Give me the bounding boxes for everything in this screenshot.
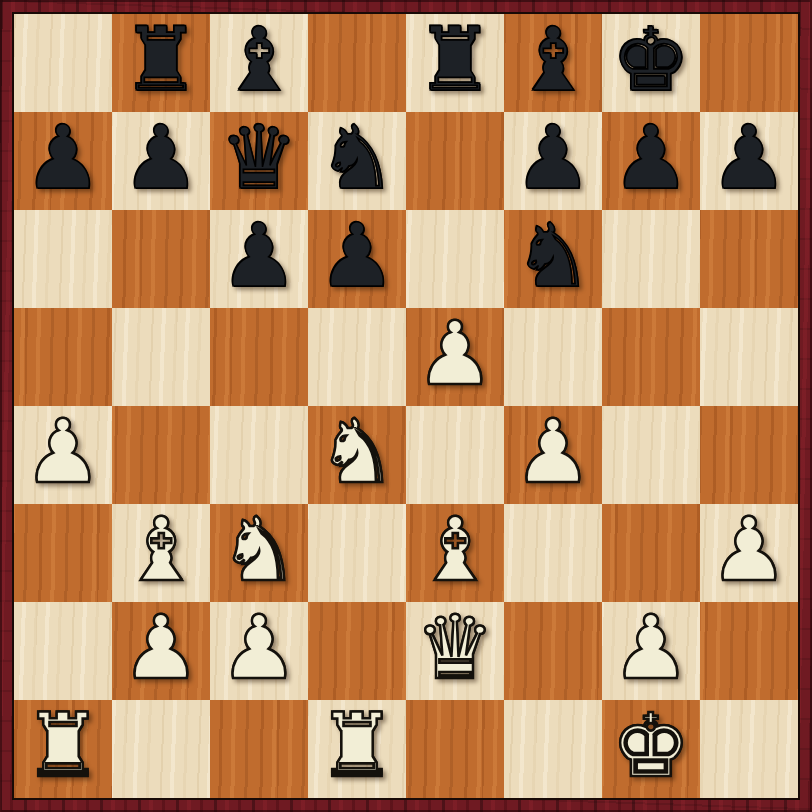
square-a6[interactable] <box>14 210 112 308</box>
piece-black-king[interactable]: ♚ <box>612 16 691 104</box>
piece-white-knight[interactable]: ♞ <box>220 506 299 594</box>
piece-white-bishop[interactable]: ♝ <box>122 506 201 594</box>
piece-white-pawn[interactable]: ♟ <box>416 310 495 398</box>
square-f5[interactable] <box>504 308 602 406</box>
square-d5[interactable] <box>308 308 406 406</box>
square-a7[interactable]: ♟ <box>14 112 112 210</box>
square-d2[interactable] <box>308 602 406 700</box>
square-b8[interactable]: ♜ <box>112 14 210 112</box>
piece-white-rook[interactable]: ♜ <box>318 702 397 790</box>
piece-black-bishop[interactable]: ♝ <box>514 16 593 104</box>
piece-black-pawn[interactable]: ♟ <box>24 114 103 202</box>
piece-white-bishop[interactable]: ♝ <box>416 506 495 594</box>
piece-black-bishop[interactable]: ♝ <box>220 16 299 104</box>
square-g1[interactable]: ♚ <box>602 700 700 798</box>
square-h8[interactable] <box>700 14 798 112</box>
piece-black-pawn[interactable]: ♟ <box>514 114 593 202</box>
piece-black-rook[interactable]: ♜ <box>122 16 201 104</box>
square-c7[interactable]: ♛ <box>210 112 308 210</box>
piece-black-pawn[interactable]: ♟ <box>710 114 789 202</box>
square-f7[interactable]: ♟ <box>504 112 602 210</box>
square-c2[interactable]: ♟ <box>210 602 308 700</box>
square-e7[interactable] <box>406 112 504 210</box>
square-e8[interactable]: ♜ <box>406 14 504 112</box>
square-b2[interactable]: ♟ <box>112 602 210 700</box>
square-h3[interactable]: ♟ <box>700 504 798 602</box>
piece-white-pawn[interactable]: ♟ <box>612 604 691 692</box>
square-g8[interactable]: ♚ <box>602 14 700 112</box>
square-g5[interactable] <box>602 308 700 406</box>
square-f3[interactable] <box>504 504 602 602</box>
square-d7[interactable]: ♞ <box>308 112 406 210</box>
square-g6[interactable] <box>602 210 700 308</box>
square-g3[interactable] <box>602 504 700 602</box>
square-e6[interactable] <box>406 210 504 308</box>
piece-white-pawn[interactable]: ♟ <box>220 604 299 692</box>
square-c1[interactable] <box>210 700 308 798</box>
square-h6[interactable] <box>700 210 798 308</box>
square-a4[interactable]: ♟ <box>14 406 112 504</box>
piece-white-pawn[interactable]: ♟ <box>710 506 789 594</box>
square-g4[interactable] <box>602 406 700 504</box>
piece-black-queen[interactable]: ♛ <box>220 114 299 202</box>
piece-white-pawn[interactable]: ♟ <box>514 408 593 496</box>
square-c6[interactable]: ♟ <box>210 210 308 308</box>
square-b3[interactable]: ♝ <box>112 504 210 602</box>
piece-white-knight[interactable]: ♞ <box>318 408 397 496</box>
square-d1[interactable]: ♜ <box>308 700 406 798</box>
square-h1[interactable] <box>700 700 798 798</box>
square-f8[interactable]: ♝ <box>504 14 602 112</box>
square-a8[interactable] <box>14 14 112 112</box>
square-h4[interactable] <box>700 406 798 504</box>
square-d8[interactable] <box>308 14 406 112</box>
piece-black-pawn[interactable]: ♟ <box>122 114 201 202</box>
square-d6[interactable]: ♟ <box>308 210 406 308</box>
square-h5[interactable] <box>700 308 798 406</box>
chess-board-frame: ♜♝♜♝♚♟♟♛♞♟♟♟♟♟♞♟♟♞♟♝♞♝♟♟♟♛♟♜♜♚ <box>0 0 812 812</box>
square-f2[interactable] <box>504 602 602 700</box>
piece-white-rook[interactable]: ♜ <box>24 702 103 790</box>
square-d3[interactable] <box>308 504 406 602</box>
square-a1[interactable]: ♜ <box>14 700 112 798</box>
square-c8[interactable]: ♝ <box>210 14 308 112</box>
square-c3[interactable]: ♞ <box>210 504 308 602</box>
square-d4[interactable]: ♞ <box>308 406 406 504</box>
square-c4[interactable] <box>210 406 308 504</box>
square-a5[interactable] <box>14 308 112 406</box>
piece-black-knight[interactable]: ♞ <box>514 212 593 300</box>
square-b5[interactable] <box>112 308 210 406</box>
square-b6[interactable] <box>112 210 210 308</box>
piece-white-pawn[interactable]: ♟ <box>122 604 201 692</box>
square-e5[interactable]: ♟ <box>406 308 504 406</box>
square-e1[interactable] <box>406 700 504 798</box>
square-e4[interactable] <box>406 406 504 504</box>
piece-black-pawn[interactable]: ♟ <box>220 212 299 300</box>
piece-black-knight[interactable]: ♞ <box>318 114 397 202</box>
piece-black-pawn[interactable]: ♟ <box>318 212 397 300</box>
square-a2[interactable] <box>14 602 112 700</box>
piece-black-pawn[interactable]: ♟ <box>612 114 691 202</box>
square-g7[interactable]: ♟ <box>602 112 700 210</box>
piece-white-queen[interactable]: ♛ <box>416 604 495 692</box>
square-f4[interactable]: ♟ <box>504 406 602 504</box>
chess-board: ♜♝♜♝♚♟♟♛♞♟♟♟♟♟♞♟♟♞♟♝♞♝♟♟♟♛♟♜♜♚ <box>12 12 800 800</box>
square-b1[interactable] <box>112 700 210 798</box>
square-f6[interactable]: ♞ <box>504 210 602 308</box>
square-a3[interactable] <box>14 504 112 602</box>
square-g2[interactable]: ♟ <box>602 602 700 700</box>
piece-white-king[interactable]: ♚ <box>612 702 691 790</box>
square-h2[interactable] <box>700 602 798 700</box>
piece-black-rook[interactable]: ♜ <box>416 16 495 104</box>
square-e2[interactable]: ♛ <box>406 602 504 700</box>
square-f1[interactable] <box>504 700 602 798</box>
square-b4[interactable] <box>112 406 210 504</box>
square-h7[interactable]: ♟ <box>700 112 798 210</box>
piece-white-pawn[interactable]: ♟ <box>24 408 103 496</box>
square-c5[interactable] <box>210 308 308 406</box>
square-b7[interactable]: ♟ <box>112 112 210 210</box>
square-e3[interactable]: ♝ <box>406 504 504 602</box>
